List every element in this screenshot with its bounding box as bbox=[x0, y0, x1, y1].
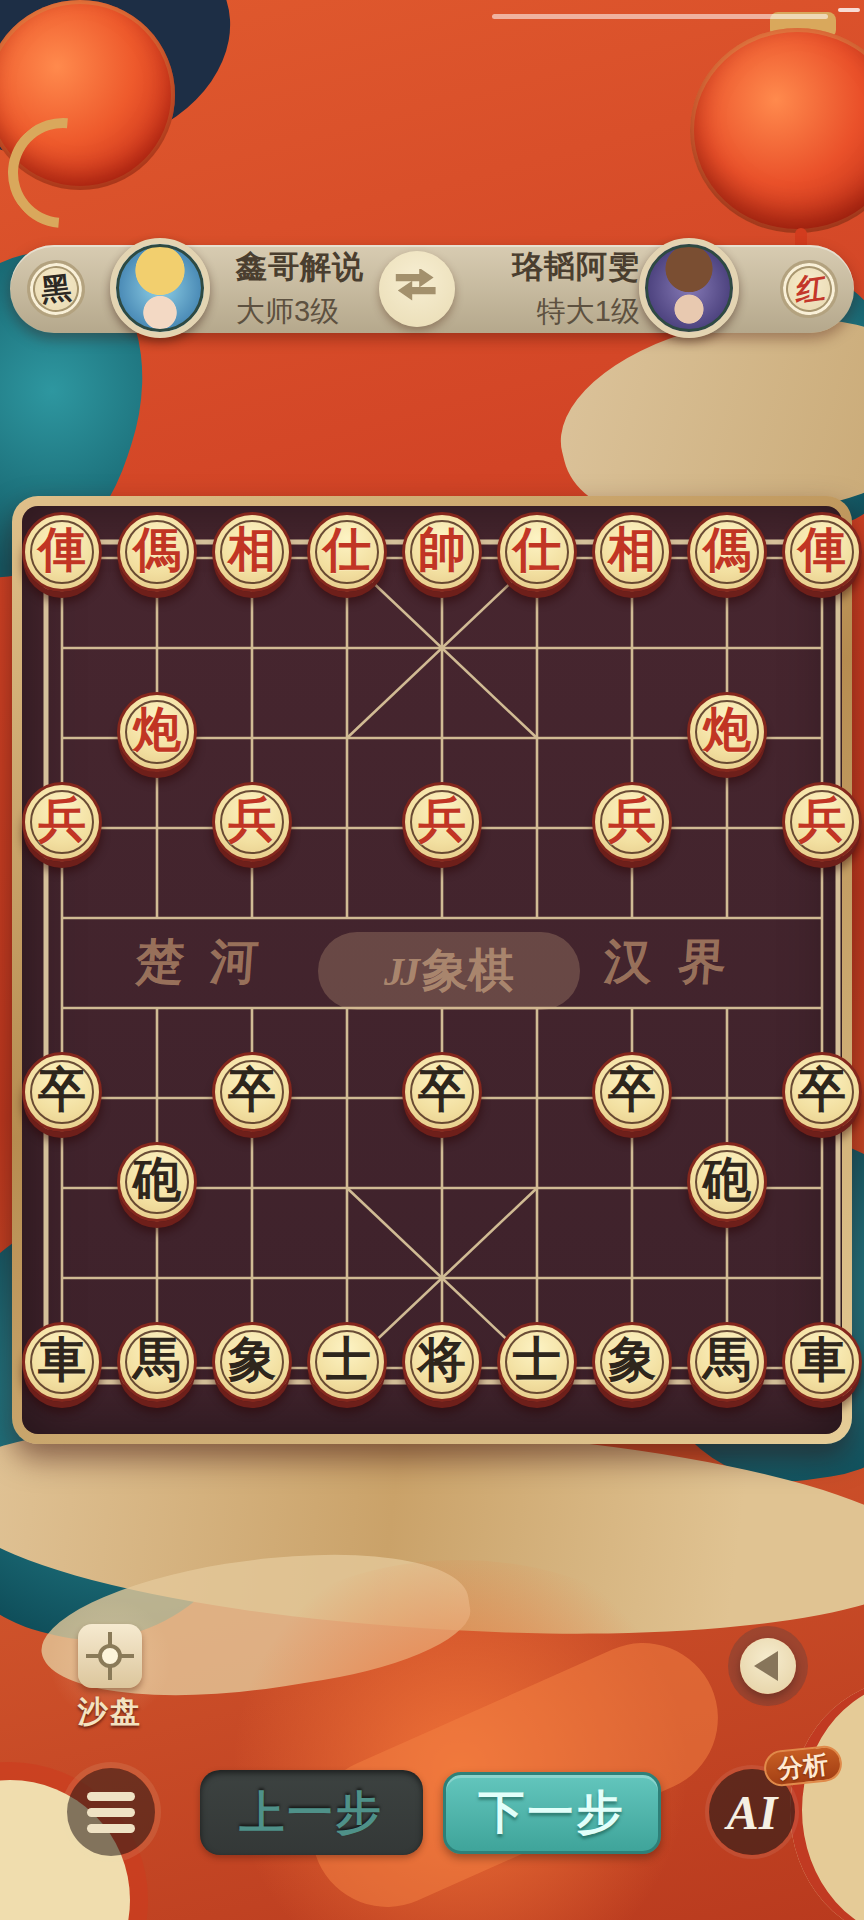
left-player-name: 鑫哥解说 bbox=[236, 246, 364, 288]
piece-red-cannon[interactable]: 炮 bbox=[687, 692, 767, 772]
piece-black-horse[interactable]: 馬 bbox=[117, 1322, 197, 1402]
piece-red-advisor[interactable]: 仕 bbox=[307, 512, 387, 592]
piece-red-pawn[interactable]: 兵 bbox=[402, 782, 482, 862]
piece-black-cannon[interactable]: 砲 bbox=[687, 1142, 767, 1222]
right-player-avatar[interactable] bbox=[639, 238, 739, 338]
piece-red-rook[interactable]: 俥 bbox=[22, 512, 102, 592]
black-side-label: 黑 bbox=[39, 267, 73, 311]
left-player-avatar[interactable] bbox=[110, 238, 210, 338]
left-player-rank: 大师3级 bbox=[236, 292, 339, 332]
right-player-name: 珞韬阿雯 bbox=[512, 246, 640, 288]
right-player-rank: 特大1级 bbox=[537, 292, 640, 332]
sandbox-board-icon bbox=[78, 1624, 142, 1688]
xiangqi-board[interactable]: 楚河 JJ 象棋 汉界 俥傌相仕帥仕相傌俥炮炮兵兵兵兵兵卒卒卒卒卒砲砲車馬象士将… bbox=[12, 496, 852, 1444]
piece-red-pawn[interactable]: 兵 bbox=[212, 782, 292, 862]
piece-black-pawn[interactable]: 卒 bbox=[402, 1052, 482, 1132]
swap-sides-icon[interactable] bbox=[379, 251, 455, 327]
sandbox-button[interactable]: 沙盘 bbox=[52, 1600, 168, 1730]
piece-red-horse[interactable]: 傌 bbox=[687, 512, 767, 592]
app-screen: 黑 鑫哥解说 大师3级 珞韬阿雯 特大1级 红 bbox=[0, 0, 864, 1920]
piece-black-king[interactable]: 将 bbox=[402, 1322, 482, 1402]
piece-red-pawn[interactable]: 兵 bbox=[782, 782, 862, 862]
piece-black-elephant[interactable]: 象 bbox=[592, 1322, 672, 1402]
piece-black-rook[interactable]: 車 bbox=[782, 1322, 862, 1402]
lantern-icon bbox=[690, 28, 864, 233]
piece-black-elephant[interactable]: 象 bbox=[212, 1322, 292, 1402]
piece-black-pawn[interactable]: 卒 bbox=[782, 1052, 862, 1132]
piece-black-pawn[interactable]: 卒 bbox=[212, 1052, 292, 1132]
watermark-text: 象棋 bbox=[422, 940, 514, 1002]
river-label-chu-he: 楚河 bbox=[108, 930, 312, 994]
piece-black-cannon[interactable]: 砲 bbox=[117, 1142, 197, 1222]
red-side-badge: 红 bbox=[776, 256, 842, 322]
double-arrow-icon bbox=[394, 269, 440, 309]
piece-red-elephant[interactable]: 相 bbox=[212, 512, 292, 592]
piece-black-advisor[interactable]: 士 bbox=[307, 1322, 387, 1402]
menu-button[interactable] bbox=[67, 1768, 155, 1856]
player-bar: 黑 鑫哥解说 大师3级 珞韬阿雯 特大1级 红 bbox=[10, 245, 854, 333]
left-triangle-icon bbox=[754, 1651, 778, 1681]
xiangqi-app-logo-icon: JJ bbox=[384, 948, 416, 995]
next-move-button[interactable]: 下一步 bbox=[443, 1772, 661, 1854]
piece-red-rook[interactable]: 俥 bbox=[782, 512, 862, 592]
river-label-han-jie: 汉界 bbox=[576, 930, 780, 994]
piece-red-elephant[interactable]: 相 bbox=[592, 512, 672, 592]
red-side-label: 红 bbox=[791, 267, 826, 312]
video-progress-dash bbox=[838, 8, 860, 12]
piece-red-advisor[interactable]: 仕 bbox=[497, 512, 577, 592]
piece-black-pawn[interactable]: 卒 bbox=[22, 1052, 102, 1132]
piece-black-advisor[interactable]: 士 bbox=[497, 1322, 577, 1402]
video-progress-line[interactable] bbox=[492, 14, 828, 19]
sandbox-label: 沙盘 bbox=[52, 1692, 168, 1733]
piece-black-pawn[interactable]: 卒 bbox=[592, 1052, 672, 1132]
piece-red-king[interactable]: 帥 bbox=[402, 512, 482, 592]
menu-icon bbox=[87, 1792, 135, 1801]
piece-red-horse[interactable]: 傌 bbox=[117, 512, 197, 592]
collapse-arrow-button[interactable] bbox=[740, 1638, 796, 1694]
previous-move-button[interactable]: 上一步 bbox=[200, 1770, 423, 1855]
black-side-badge: 黑 bbox=[24, 257, 88, 321]
piece-red-pawn[interactable]: 兵 bbox=[592, 782, 672, 862]
piece-red-pawn[interactable]: 兵 bbox=[22, 782, 102, 862]
piece-red-cannon[interactable]: 炮 bbox=[117, 692, 197, 772]
piece-black-rook[interactable]: 車 bbox=[22, 1322, 102, 1402]
piece-black-horse[interactable]: 馬 bbox=[687, 1322, 767, 1402]
app-watermark: JJ 象棋 bbox=[318, 932, 580, 1010]
